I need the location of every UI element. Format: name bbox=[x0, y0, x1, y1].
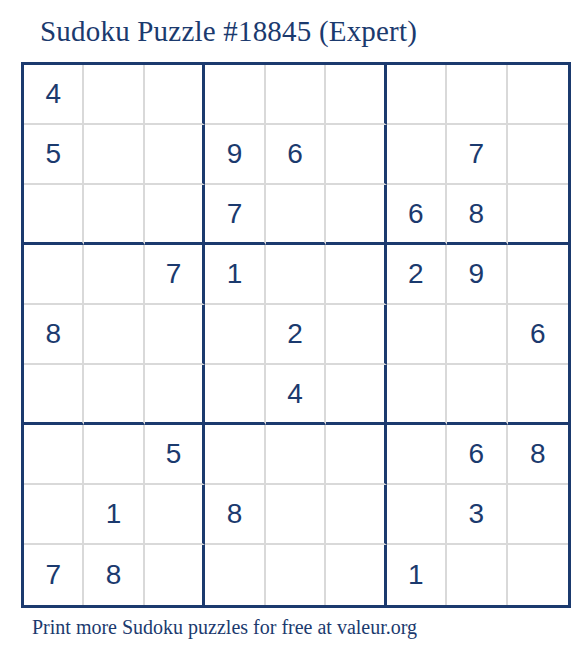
cell-r1c8[interactable] bbox=[447, 65, 507, 125]
cell-r5c7[interactable] bbox=[387, 305, 447, 365]
cell-r1c3[interactable] bbox=[145, 65, 205, 125]
cell-r4c3[interactable]: 7 bbox=[145, 245, 205, 305]
cell-r6c6[interactable] bbox=[326, 365, 386, 425]
cell-r9c4[interactable] bbox=[205, 545, 265, 605]
cell-r5c1[interactable]: 8 bbox=[24, 305, 84, 365]
cell-r9c8[interactable] bbox=[447, 545, 507, 605]
cell-r1c1[interactable]: 4 bbox=[24, 65, 84, 125]
cell-r5c5[interactable]: 2 bbox=[266, 305, 326, 365]
cell-r5c6[interactable] bbox=[326, 305, 386, 365]
cell-r8c3[interactable] bbox=[145, 485, 205, 545]
cell-r4c8[interactable]: 9 bbox=[447, 245, 507, 305]
cell-r2c3[interactable] bbox=[145, 125, 205, 185]
cell-r8c8[interactable]: 3 bbox=[447, 485, 507, 545]
cell-r9c7[interactable]: 1 bbox=[387, 545, 447, 605]
cell-r1c9[interactable] bbox=[508, 65, 568, 125]
cell-r4c2[interactable] bbox=[84, 245, 144, 305]
cell-r3c1[interactable] bbox=[24, 185, 84, 245]
footer-text: Print more Sudoku puzzles for free at va… bbox=[32, 614, 417, 640]
cell-r6c8[interactable] bbox=[447, 365, 507, 425]
sudoku-board: 4596776871298264568183781 bbox=[21, 62, 571, 608]
cell-r6c3[interactable] bbox=[145, 365, 205, 425]
cell-r2c8[interactable]: 7 bbox=[447, 125, 507, 185]
cell-r5c2[interactable] bbox=[84, 305, 144, 365]
cell-r9c2[interactable]: 8 bbox=[84, 545, 144, 605]
cell-r3c8[interactable]: 8 bbox=[447, 185, 507, 245]
cell-r7c4[interactable] bbox=[205, 425, 265, 485]
cell-r9c9[interactable] bbox=[508, 545, 568, 605]
cell-r6c7[interactable] bbox=[387, 365, 447, 425]
cell-r9c3[interactable] bbox=[145, 545, 205, 605]
cell-r7c2[interactable] bbox=[84, 425, 144, 485]
cell-r5c4[interactable] bbox=[205, 305, 265, 365]
cell-r2c4[interactable]: 9 bbox=[205, 125, 265, 185]
cell-r7c6[interactable] bbox=[326, 425, 386, 485]
cell-r3c6[interactable] bbox=[326, 185, 386, 245]
sudoku-page: Sudoku Puzzle #18845 (Expert) 4596776871… bbox=[0, 0, 580, 651]
cell-r2c2[interactable] bbox=[84, 125, 144, 185]
cell-r6c5[interactable]: 4 bbox=[266, 365, 326, 425]
cell-r3c5[interactable] bbox=[266, 185, 326, 245]
cell-r8c1[interactable] bbox=[24, 485, 84, 545]
cell-r2c9[interactable] bbox=[508, 125, 568, 185]
cell-r4c1[interactable] bbox=[24, 245, 84, 305]
cell-r8c9[interactable] bbox=[508, 485, 568, 545]
cell-r3c3[interactable] bbox=[145, 185, 205, 245]
cell-r1c2[interactable] bbox=[84, 65, 144, 125]
cell-r6c1[interactable] bbox=[24, 365, 84, 425]
cell-r6c2[interactable] bbox=[84, 365, 144, 425]
cell-r8c7[interactable] bbox=[387, 485, 447, 545]
cell-r5c8[interactable] bbox=[447, 305, 507, 365]
cell-r7c3[interactable]: 5 bbox=[145, 425, 205, 485]
cell-r2c5[interactable]: 6 bbox=[266, 125, 326, 185]
cell-r2c1[interactable]: 5 bbox=[24, 125, 84, 185]
cell-r3c4[interactable]: 7 bbox=[205, 185, 265, 245]
cell-r2c6[interactable] bbox=[326, 125, 386, 185]
cell-r5c9[interactable]: 6 bbox=[508, 305, 568, 365]
cell-r1c6[interactable] bbox=[326, 65, 386, 125]
cell-r4c7[interactable]: 2 bbox=[387, 245, 447, 305]
cell-r4c4[interactable]: 1 bbox=[205, 245, 265, 305]
cell-r7c1[interactable] bbox=[24, 425, 84, 485]
cell-r7c7[interactable] bbox=[387, 425, 447, 485]
cell-r4c9[interactable] bbox=[508, 245, 568, 305]
cell-r3c7[interactable]: 6 bbox=[387, 185, 447, 245]
cell-r9c1[interactable]: 7 bbox=[24, 545, 84, 605]
cell-r2c7[interactable] bbox=[387, 125, 447, 185]
cell-r8c6[interactable] bbox=[326, 485, 386, 545]
cell-r1c7[interactable] bbox=[387, 65, 447, 125]
cell-r3c2[interactable] bbox=[84, 185, 144, 245]
cell-r6c4[interactable] bbox=[205, 365, 265, 425]
cell-r9c6[interactable] bbox=[326, 545, 386, 605]
cell-r1c4[interactable] bbox=[205, 65, 265, 125]
cell-r3c9[interactable] bbox=[508, 185, 568, 245]
cell-r5c3[interactable] bbox=[145, 305, 205, 365]
cell-r7c5[interactable] bbox=[266, 425, 326, 485]
cell-r8c2[interactable]: 1 bbox=[84, 485, 144, 545]
cell-r6c9[interactable] bbox=[508, 365, 568, 425]
cell-r7c9[interactable]: 8 bbox=[508, 425, 568, 485]
cell-r7c8[interactable]: 6 bbox=[447, 425, 507, 485]
cell-r8c4[interactable]: 8 bbox=[205, 485, 265, 545]
cell-r1c5[interactable] bbox=[266, 65, 326, 125]
cell-r4c5[interactable] bbox=[266, 245, 326, 305]
page-title: Sudoku Puzzle #18845 (Expert) bbox=[0, 0, 580, 49]
cell-r4c6[interactable] bbox=[326, 245, 386, 305]
cell-r8c5[interactable] bbox=[266, 485, 326, 545]
cell-r9c5[interactable] bbox=[266, 545, 326, 605]
